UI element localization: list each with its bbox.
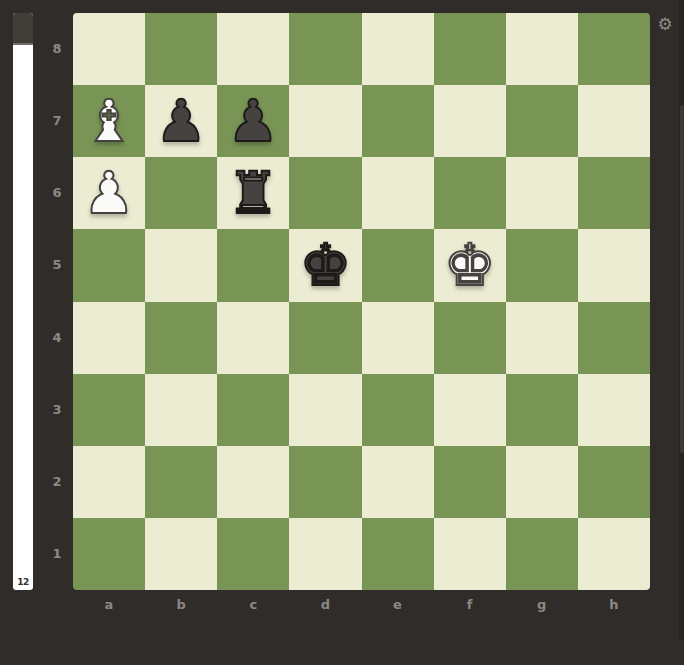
- file-labels: abcdefgh: [73, 595, 650, 615]
- square-b1[interactable]: [145, 518, 217, 590]
- square-f2[interactable]: [434, 446, 506, 518]
- square-d7[interactable]: [289, 85, 361, 157]
- square-g6[interactable]: [506, 157, 578, 229]
- square-c1[interactable]: [217, 518, 289, 590]
- rank-label-8: 8: [44, 13, 70, 85]
- square-c4[interactable]: [217, 302, 289, 374]
- square-a6[interactable]: ♟: [73, 157, 145, 229]
- piece-black-pawn[interactable]: ♟: [145, 85, 217, 157]
- chess-board[interactable]: ♝♟♟♟♜♚♚: [73, 13, 650, 590]
- square-f6[interactable]: [434, 157, 506, 229]
- square-e2[interactable]: [362, 446, 434, 518]
- square-f1[interactable]: [434, 518, 506, 590]
- square-g7[interactable]: [506, 85, 578, 157]
- square-e4[interactable]: [362, 302, 434, 374]
- file-label-a: a: [73, 595, 145, 615]
- square-b7[interactable]: ♟: [145, 85, 217, 157]
- square-g8[interactable]: [506, 13, 578, 85]
- square-h8[interactable]: [578, 13, 650, 85]
- square-a4[interactable]: [73, 302, 145, 374]
- evaluation-bar-black-portion: [13, 13, 33, 45]
- square-e6[interactable]: [362, 157, 434, 229]
- piece-black-rook[interactable]: ♜: [217, 157, 289, 229]
- rank-label-5: 5: [44, 229, 70, 301]
- rank-label-6: 6: [44, 157, 70, 229]
- square-a3[interactable]: [73, 374, 145, 446]
- square-d8[interactable]: [289, 13, 361, 85]
- square-f3[interactable]: [434, 374, 506, 446]
- square-d1[interactable]: [289, 518, 361, 590]
- piece-white-bishop[interactable]: ♝: [73, 85, 145, 157]
- square-b5[interactable]: [145, 229, 217, 301]
- square-c6[interactable]: ♜: [217, 157, 289, 229]
- square-d3[interactable]: [289, 374, 361, 446]
- square-a2[interactable]: [73, 446, 145, 518]
- piece-white-king[interactable]: ♚: [434, 229, 506, 301]
- square-e8[interactable]: [362, 13, 434, 85]
- square-a7[interactable]: ♝: [73, 85, 145, 157]
- file-label-g: g: [506, 595, 578, 615]
- square-b3[interactable]: [145, 374, 217, 446]
- square-h7[interactable]: [578, 85, 650, 157]
- square-f7[interactable]: [434, 85, 506, 157]
- file-label-e: e: [362, 595, 434, 615]
- square-e3[interactable]: [362, 374, 434, 446]
- square-g1[interactable]: [506, 518, 578, 590]
- square-d2[interactable]: [289, 446, 361, 518]
- rank-label-2: 2: [44, 446, 70, 518]
- rank-label-4: 4: [44, 302, 70, 374]
- file-label-h: h: [578, 595, 650, 615]
- piece-black-pawn[interactable]: ♟: [217, 85, 289, 157]
- square-g2[interactable]: [506, 446, 578, 518]
- square-c5[interactable]: [217, 229, 289, 301]
- square-g3[interactable]: [506, 374, 578, 446]
- square-g4[interactable]: [506, 302, 578, 374]
- square-d4[interactable]: [289, 302, 361, 374]
- evaluation-bar: 12: [13, 13, 33, 590]
- scrollbar-thumb[interactable]: [680, 105, 684, 453]
- scrollbar-track[interactable]: [679, 0, 684, 640]
- square-b2[interactable]: [145, 446, 217, 518]
- evaluation-score: 12: [13, 577, 33, 587]
- file-label-d: d: [289, 595, 361, 615]
- square-c2[interactable]: [217, 446, 289, 518]
- square-b8[interactable]: [145, 13, 217, 85]
- piece-black-king[interactable]: ♚: [289, 229, 361, 301]
- file-label-f: f: [434, 595, 506, 615]
- file-label-b: b: [145, 595, 217, 615]
- square-f8[interactable]: [434, 13, 506, 85]
- square-a1[interactable]: [73, 518, 145, 590]
- piece-white-pawn[interactable]: ♟: [73, 157, 145, 229]
- square-e7[interactable]: [362, 85, 434, 157]
- settings-gear-icon[interactable]: ⚙: [654, 13, 676, 35]
- square-c7[interactable]: ♟: [217, 85, 289, 157]
- square-f5[interactable]: ♚: [434, 229, 506, 301]
- rank-label-3: 3: [44, 374, 70, 446]
- square-h2[interactable]: [578, 446, 650, 518]
- square-h5[interactable]: [578, 229, 650, 301]
- square-h4[interactable]: [578, 302, 650, 374]
- rank-labels: 87654321: [44, 13, 70, 590]
- square-g5[interactable]: [506, 229, 578, 301]
- square-a8[interactable]: [73, 13, 145, 85]
- square-b6[interactable]: [145, 157, 217, 229]
- square-a5[interactable]: [73, 229, 145, 301]
- square-h6[interactable]: [578, 157, 650, 229]
- square-e1[interactable]: [362, 518, 434, 590]
- square-b4[interactable]: [145, 302, 217, 374]
- square-f4[interactable]: [434, 302, 506, 374]
- square-d5[interactable]: ♚: [289, 229, 361, 301]
- file-label-c: c: [217, 595, 289, 615]
- square-d6[interactable]: [289, 157, 361, 229]
- rank-label-1: 1: [44, 518, 70, 590]
- square-e5[interactable]: [362, 229, 434, 301]
- square-h1[interactable]: [578, 518, 650, 590]
- square-c3[interactable]: [217, 374, 289, 446]
- square-h3[interactable]: [578, 374, 650, 446]
- square-c8[interactable]: [217, 13, 289, 85]
- rank-label-7: 7: [44, 85, 70, 157]
